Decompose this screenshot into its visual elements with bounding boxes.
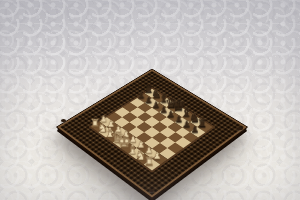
square-h6 xyxy=(183,132,198,143)
chess-board: ♜♞♝♛♚♝♞♜♟♟♟♟♟♟♟♟♟♟♟♟♟♟♟♟♜♞♝♛♚♝♞♜ xyxy=(57,69,247,197)
chess-set-photo: ♜♞♝♛♚♝♞♜♟♟♟♟♟♟♟♟♟♟♟♟♟♟♟♟♜♞♝♛♚♝♞♜ xyxy=(0,0,300,200)
white-pawn-piece: ♟ xyxy=(137,141,145,150)
board-foot-right xyxy=(237,127,243,130)
board-foot-front xyxy=(149,189,154,192)
white-rook-piece: ♜ xyxy=(91,118,101,129)
carved-board-frame: ♜♞♝♛♚♝♞♜♟♟♟♟♟♟♟♟♟♟♟♟♟♟♟♟♜♞♝♛♚♝♞♜ xyxy=(57,69,247,197)
board-foot-left xyxy=(61,119,66,122)
chess-board-squares: ♜♞♝♛♚♝♞♜♟♟♟♟♟♟♟♟♟♟♟♟♟♟♟♟♜♞♝♛♚♝♞♜ xyxy=(88,87,215,173)
black-pawn-piece: ♟ xyxy=(175,115,183,124)
white-pawn-piece: ♟ xyxy=(100,115,108,124)
board-scene: ♜♞♝♛♚♝♞♜♟♟♟♟♟♟♟♟♟♟♟♟♟♟♟♟♜♞♝♛♚♝♞♜ xyxy=(0,0,300,200)
